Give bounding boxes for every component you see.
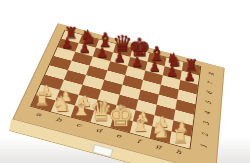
rank-label-1: 1: [193, 138, 214, 153]
piece-white-rook: ♜: [33, 90, 49, 108]
piece-black-knight: ♞: [79, 26, 96, 45]
piece-black-rook: ♜: [63, 25, 77, 41]
rank-label-3: 3: [196, 116, 216, 130]
piece-black-bishop: ♝: [96, 30, 114, 50]
rank-label-2: 2: [195, 127, 215, 142]
piece-black-bishop: ♝: [147, 44, 165, 64]
piece-black-knight: ♞: [165, 49, 182, 68]
product-photo: ♜♞♝♛♚♝♞♜♟♟♟♟♟♟♟♟♟♟♟♟♟♟♟♟♜♞♝♛♚♝♞♜ abcdefg…: [0, 0, 250, 163]
square-h1: ♜: [170, 131, 191, 148]
piece-black-king: ♚: [128, 34, 151, 59]
board-grid: ♜♞♝♛♚♝♞♜♟♟♟♟♟♟♟♟♟♟♟♟♟♟♟♟♜♞♝♛♚♝♞♜: [30, 29, 201, 149]
piece-black-rook: ♜: [183, 57, 197, 73]
